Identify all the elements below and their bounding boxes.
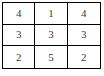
number-grid-board: 4 1 4 3 3 3 2 5 2 [2,2,101,69]
cell-r1c2: 1 [35,3,67,25]
cell-r1c3: 4 [68,3,100,25]
cell-r3c2: 5 [35,46,67,68]
cell-r2c1: 3 [3,25,35,47]
cell-r2c2: 3 [35,25,67,47]
cell-r2c3: 3 [68,25,100,47]
cell-r3c3: 2 [68,46,100,68]
cell-r1c1: 4 [3,3,35,25]
cell-r3c1: 2 [3,46,35,68]
